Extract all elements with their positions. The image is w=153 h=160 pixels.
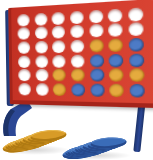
cell-r3c6-yellow-disc[interactable]: [108, 39, 123, 53]
cell-r5c7-yellow-disc[interactable]: [129, 69, 144, 83]
cell-r5c3-yellow-disc[interactable]: [53, 69, 66, 82]
cell-r5c5-blue-disc[interactable]: [90, 69, 104, 82]
cell-r2c7-empty[interactable]: [128, 23, 143, 37]
cell-r1c5-empty[interactable]: [89, 10, 103, 24]
cell-r4c4-empty[interactable]: [71, 54, 85, 67]
cell-r3c1-empty[interactable]: [18, 42, 30, 54]
cell-r1c7-empty[interactable]: [128, 7, 143, 21]
cell-r1c1-empty[interactable]: [18, 14, 30, 27]
cell-r2c3-empty[interactable]: [52, 26, 65, 39]
cell-r4c3-empty[interactable]: [53, 55, 66, 68]
cell-r6c2-empty[interactable]: [36, 83, 49, 96]
cell-r4c5-blue-disc[interactable]: [89, 54, 103, 67]
cell-r3c3-empty[interactable]: [52, 40, 65, 53]
cell-r6c4-blue-disc[interactable]: [71, 84, 85, 97]
cell-r5c4-yellow-disc[interactable]: [71, 69, 85, 82]
cell-r6c5-blue-disc[interactable]: [90, 84, 104, 97]
cell-r5c6-yellow-disc[interactable]: [109, 69, 124, 82]
cell-r2c1-empty[interactable]: [18, 28, 30, 41]
board-grid: [15, 6, 147, 99]
cell-r3c7-blue-disc[interactable]: [128, 38, 143, 52]
cell-r2c4-empty[interactable]: [70, 25, 84, 38]
cell-r6c1-empty[interactable]: [19, 83, 31, 95]
cell-r1c6-empty[interactable]: [108, 8, 123, 22]
cell-r1c2-empty[interactable]: [34, 13, 47, 26]
cell-r6c7-blue-disc[interactable]: [129, 84, 144, 98]
cell-r1c4-empty[interactable]: [70, 11, 84, 24]
cell-r2c2-empty[interactable]: [35, 27, 48, 40]
cell-r6c3-yellow-disc[interactable]: [53, 84, 66, 97]
cell-r2c5-empty[interactable]: [89, 24, 103, 37]
cell-r5c1-empty[interactable]: [19, 69, 31, 81]
cell-r6c6-yellow-disc[interactable]: [109, 84, 124, 97]
cell-r2c6-empty[interactable]: [108, 24, 123, 38]
product-photo: [0, 0, 153, 160]
cell-r4c6-blue-disc[interactable]: [109, 54, 124, 67]
cell-r4c2-empty[interactable]: [35, 55, 48, 68]
cell-r3c2-empty[interactable]: [35, 41, 48, 54]
connect-four-board: [8, 0, 153, 108]
cell-r3c5-yellow-disc[interactable]: [89, 39, 103, 52]
cell-r4c1-empty[interactable]: [18, 55, 30, 67]
cell-r5c2-empty[interactable]: [35, 69, 48, 81]
cell-r4c7-blue-disc[interactable]: [129, 53, 144, 67]
cell-r1c3-empty[interactable]: [52, 12, 65, 25]
cell-r3c4-empty[interactable]: [71, 40, 85, 53]
